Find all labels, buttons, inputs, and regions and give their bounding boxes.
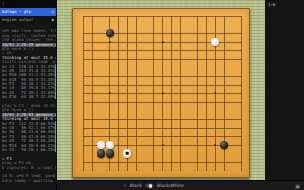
bottom-bar: ✓ Black Black/White ▣ [57,180,304,190]
star-point [162,41,164,43]
stone-white [211,38,219,46]
toggle-knob [149,184,153,188]
terminal-titlebar: 1 [0,0,56,8]
star-point [109,92,111,94]
toggle-right-label: Black/White [157,183,184,188]
terminal-tab-active[interactable]: katago — gtp ○ [0,8,56,16]
stone-white [106,141,114,149]
toggle-left-label: Black [130,183,142,188]
terminal-line: mv C9 56 39.1 66.15%▌ [2,148,56,152]
star-point [214,92,216,94]
color-toggle-switch[interactable] [145,183,154,188]
star-point [162,144,164,146]
terminal-line: kata ready — awaiting [2,179,56,183]
terminal-tab[interactable]: engine output ● [0,16,56,24]
go-gui-window: 1:0 ✓ Black Black/White ▣ [57,0,304,190]
side-panel[interactable]: 1:0 [265,0,304,180]
panel-icon[interactable]: ▣ [295,183,300,189]
dot-icon[interactable]: ● [52,16,54,24]
terminal-output: set max tree nodes, 1/8avg visits, cache… [2,25,56,188]
star-point [162,92,164,94]
stone-black [106,29,114,37]
star-point [109,41,111,43]
star-point [214,144,216,146]
terminal-line: mv E16 64 38.7 32.95%▌ [2,95,56,99]
capture-count: 1:0 [268,2,275,7]
stone-white [123,149,131,157]
stone-white [97,141,105,149]
stone-black [97,149,105,157]
terminal-window[interactable]: 1 katago — gtp ○ engine output ● set max… [0,0,57,190]
stone-black [106,149,114,157]
stone-black [220,141,228,149]
last-move-marker [126,152,129,155]
goban-grid[interactable] [83,16,242,172]
goban[interactable] [72,8,250,178]
check-icon: ✓ [123,183,126,188]
color-toggle-group: ✓ Black Black/White [57,181,250,190]
terminal-line: b captures: 0 w capt 0 [2,166,56,170]
terminal-line [2,183,56,187]
terminal-tab-label: katago — gtp [2,9,31,14]
screen: 1 katago — gtp ○ engine output ● set max… [0,0,304,190]
circle-icon[interactable]: ○ [52,8,54,16]
terminal-tab-label: engine output [2,17,33,22]
